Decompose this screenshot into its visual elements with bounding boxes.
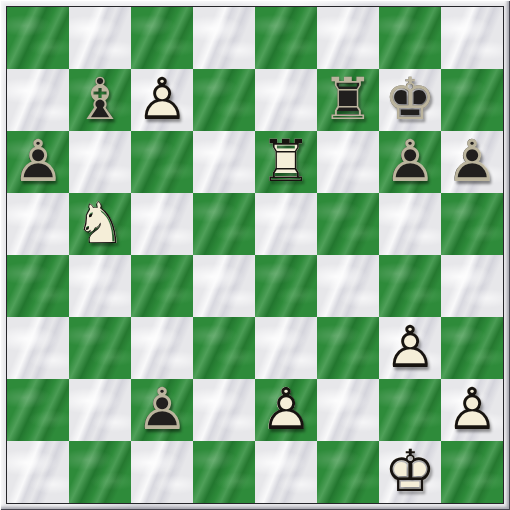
white-pawn-outline: ♙ [131,68,193,130]
square-h2[interactable]: ♟♙ [441,379,503,441]
black-bishop: ♝♗ [69,69,131,131]
square-e7[interactable] [255,69,317,131]
black-pawn: ♟♙ [379,131,441,193]
white-pawn-fill: ♟ [379,316,441,378]
square-c3[interactable] [131,317,193,379]
square-e1[interactable] [255,441,317,503]
square-g4[interactable] [379,255,441,317]
square-h7[interactable] [441,69,503,131]
square-e8[interactable] [255,7,317,69]
square-e5[interactable] [255,193,317,255]
square-b5[interactable]: ♞♘ [69,193,131,255]
black-rook: ♜♖ [317,69,379,131]
black-pawn: ♟♙ [131,379,193,441]
square-h4[interactable] [441,255,503,317]
black-pawn-fill: ♟ [131,378,193,440]
white-pawn-outline: ♙ [255,378,317,440]
square-f2[interactable] [317,379,379,441]
black-pawn: ♟♙ [441,131,503,193]
square-a5[interactable] [7,193,69,255]
square-b1[interactable] [69,441,131,503]
square-e3[interactable] [255,317,317,379]
square-c6[interactable] [131,131,193,193]
white-king-outline: ♔ [379,440,441,502]
square-a8[interactable] [7,7,69,69]
square-d8[interactable] [193,7,255,69]
square-f8[interactable] [317,7,379,69]
square-c8[interactable] [131,7,193,69]
square-e2[interactable]: ♟♙ [255,379,317,441]
white-knight: ♞♘ [69,193,131,255]
square-g3[interactable]: ♟♙ [379,317,441,379]
square-e6[interactable]: ♜♖ [255,131,317,193]
black-bishop-fill: ♝ [69,68,131,130]
square-b8[interactable] [69,7,131,69]
black-bishop-outline: ♗ [69,68,131,130]
square-g7[interactable]: ♚♔ [379,69,441,131]
white-pawn-outline: ♙ [441,378,503,440]
black-pawn-outline: ♙ [131,378,193,440]
square-a3[interactable] [7,317,69,379]
chess-board: ♝♗♟♙♜♖♚♔♟♙♜♖♟♙♟♙♞♘♟♙♟♙♟♙♟♙♚♔ [6,6,504,504]
square-g2[interactable] [379,379,441,441]
square-c1[interactable] [131,441,193,503]
white-pawn-fill: ♟ [131,68,193,130]
square-d4[interactable] [193,255,255,317]
square-f3[interactable] [317,317,379,379]
black-pawn-outline: ♙ [379,130,441,192]
white-pawn: ♟♙ [255,379,317,441]
white-king: ♚♔ [379,441,441,503]
white-knight-fill: ♞ [69,192,131,254]
square-f1[interactable] [317,441,379,503]
square-b6[interactable] [69,131,131,193]
square-h5[interactable] [441,193,503,255]
square-e4[interactable] [255,255,317,317]
black-king-fill: ♚ [379,68,441,130]
square-a7[interactable] [7,69,69,131]
white-rook: ♜♖ [255,131,317,193]
white-pawn-outline: ♙ [379,316,441,378]
square-h1[interactable] [441,441,503,503]
square-h8[interactable] [441,7,503,69]
white-pawn: ♟♙ [131,69,193,131]
black-pawn-fill: ♟ [441,130,503,192]
white-rook-outline: ♖ [255,130,317,192]
square-g1[interactable]: ♚♔ [379,441,441,503]
white-king-fill: ♚ [379,440,441,502]
square-c7[interactable]: ♟♙ [131,69,193,131]
square-d2[interactable] [193,379,255,441]
white-pawn: ♟♙ [441,379,503,441]
square-a2[interactable] [7,379,69,441]
square-h6[interactable]: ♟♙ [441,131,503,193]
square-b3[interactable] [69,317,131,379]
square-b7[interactable]: ♝♗ [69,69,131,131]
black-rook-fill: ♜ [317,68,379,130]
square-c2[interactable]: ♟♙ [131,379,193,441]
square-d6[interactable] [193,131,255,193]
square-b4[interactable] [69,255,131,317]
white-pawn: ♟♙ [379,317,441,379]
black-pawn: ♟♙ [7,131,69,193]
white-pawn-fill: ♟ [255,378,317,440]
square-c5[interactable] [131,193,193,255]
square-h3[interactable] [441,317,503,379]
white-knight-outline: ♘ [69,192,131,254]
black-pawn-fill: ♟ [7,130,69,192]
black-pawn-outline: ♙ [441,130,503,192]
black-king-outline: ♔ [379,68,441,130]
black-pawn-fill: ♟ [379,130,441,192]
square-d3[interactable] [193,317,255,379]
square-f7[interactable]: ♜♖ [317,69,379,131]
black-rook-outline: ♖ [317,68,379,130]
square-f6[interactable] [317,131,379,193]
square-b2[interactable] [69,379,131,441]
white-pawn-fill: ♟ [441,378,503,440]
square-d5[interactable] [193,193,255,255]
square-a6[interactable]: ♟♙ [7,131,69,193]
black-king: ♚♔ [379,69,441,131]
chess-board-frame: ♝♗♟♙♜♖♚♔♟♙♜♖♟♙♟♙♞♘♟♙♟♙♟♙♟♙♚♔ [0,0,510,510]
square-a4[interactable] [7,255,69,317]
square-f5[interactable] [317,193,379,255]
square-d7[interactable] [193,69,255,131]
black-pawn-outline: ♙ [7,130,69,192]
square-g5[interactable] [379,193,441,255]
white-rook-fill: ♜ [255,130,317,192]
square-d1[interactable] [193,441,255,503]
square-f4[interactable] [317,255,379,317]
square-a1[interactable] [7,441,69,503]
square-c4[interactable] [131,255,193,317]
square-g6[interactable]: ♟♙ [379,131,441,193]
square-g8[interactable] [379,7,441,69]
